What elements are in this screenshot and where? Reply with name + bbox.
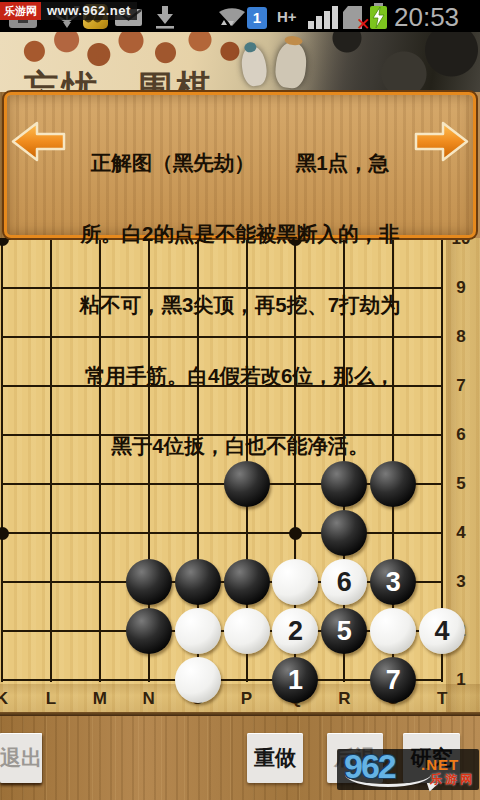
stone-white [370, 608, 416, 654]
header-artwork: 忘忧。围棋 [0, 32, 480, 92]
row-label: 8 [456, 327, 465, 347]
stone-black-move-7: 7 [370, 657, 416, 703]
solution-line: 粘不可，黑3尖顶，再5挖、7打劫为 [57, 293, 423, 317]
clock: 20:53 [394, 2, 459, 33]
column-label: M [93, 689, 107, 709]
sim-slot-number: 1 [253, 9, 261, 26]
sim1-icon: 1 [247, 7, 267, 29]
watermark-number: 962 [344, 747, 395, 786]
stone-white [224, 608, 270, 654]
stone-black-move-5: 5 [321, 608, 367, 654]
row-label: 4 [456, 523, 465, 543]
grid-line-vertical [50, 238, 52, 682]
column-label: K [0, 689, 8, 709]
solution-line: 正解图（黑先劫） 黑1点，急 [57, 151, 423, 175]
redo-button-label: 重做 [254, 744, 296, 772]
watermark-sitename: 乐游网 [0, 2, 41, 20]
app-title: 忘忧。围棋 [24, 65, 214, 92]
column-label: L [46, 689, 56, 709]
stone-black [126, 559, 172, 605]
column-label: P [241, 689, 252, 709]
column-label: T [437, 689, 447, 709]
watermark-url: www.962.net [41, 2, 137, 20]
stone-white [175, 657, 221, 703]
row-label: 7 [456, 376, 465, 396]
next-arrow-icon[interactable] [413, 118, 470, 165]
star-point [0, 238, 9, 246]
ink-mountain-decoration [290, 32, 480, 92]
network-type-label: H+ [277, 8, 297, 25]
exit-button-label: 退出 [0, 744, 42, 772]
row-label: 9 [456, 278, 465, 298]
row-label: 1 [456, 670, 465, 690]
grid-line-vertical [1, 238, 3, 682]
solution-line: 常用手筋。白4假若改6位，那么， [57, 364, 423, 388]
star-point [0, 527, 9, 540]
row-label: 10 [452, 238, 471, 249]
stone-black [321, 510, 367, 556]
row-label: 5 [456, 474, 465, 494]
stone-black-move-3: 3 [370, 559, 416, 605]
site-watermark-bottom: 962 .NET 乐游网 [337, 749, 479, 790]
app-screen: 忘忧。围棋 KLMNOPQRST123456789103517624 正解图（黑… [0, 0, 480, 800]
star-point [289, 527, 302, 540]
battery-charging-icon [370, 6, 387, 29]
stone-white-move-2: 2 [272, 608, 318, 654]
download-icon [153, 6, 177, 29]
grid-line-horizontal [1, 532, 443, 534]
no-sim-x-mark: ✕ [356, 14, 370, 35]
column-label: N [143, 689, 155, 709]
signal-strength-icon [308, 6, 340, 29]
stone-white [272, 559, 318, 605]
wifi-transfer-icon [217, 4, 247, 31]
painted-figure [239, 45, 268, 88]
stone-black [175, 559, 221, 605]
previous-arrow-icon[interactable] [10, 118, 67, 165]
board-bottom-edge [0, 712, 480, 716]
redo-button[interactable]: 重做 [247, 733, 303, 783]
stone-white-move-6: 6 [321, 559, 367, 605]
stone-white-move-4: 4 [419, 608, 465, 654]
site-watermark-top: 乐游网 www.962.net [0, 2, 137, 20]
solution-text-panel: 正解图（黑先劫） 黑1点，急 所。白2的点是不能被黑断入的，非 粘不可，黑3尖顶… [4, 92, 476, 238]
solution-text: 正解图（黑先劫） 黑1点，急 所。白2的点是不能被黑断入的，非 粘不可，黑3尖顶… [57, 104, 423, 505]
column-label: R [338, 689, 350, 709]
row-label: 3 [456, 572, 465, 592]
stone-white [175, 608, 221, 654]
stone-black [224, 559, 270, 605]
solution-line: 所。白2的点是不能被黑断入的，非 [57, 222, 423, 246]
solution-line: 黑于4位扳，白也不能净活。 [57, 434, 423, 458]
watermark-sitename: 乐游网 [430, 771, 475, 788]
row-label: 6 [456, 425, 465, 445]
exit-button[interactable]: 退出 [0, 733, 42, 783]
stone-black [126, 608, 172, 654]
